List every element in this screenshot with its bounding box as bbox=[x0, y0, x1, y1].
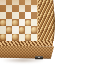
checkers-piece[interactable]: ● bbox=[25, 34, 31, 40]
drop-shadow bbox=[0, 58, 55, 66]
board: ●●●●●●●●● bbox=[0, 0, 37, 41]
checkers-piece[interactable]: ● bbox=[13, 34, 19, 40]
checkers-piece[interactable]: ● bbox=[6, 27, 12, 33]
product-photo: ●●●●●●●●● bbox=[0, 0, 100, 67]
rope-border bbox=[0, 41, 53, 46]
checkers-piece[interactable]: ● bbox=[13, 20, 19, 26]
checkers-piece[interactable]: ● bbox=[19, 27, 25, 33]
checkers-piece[interactable]: ● bbox=[25, 20, 31, 26]
checkers-piece[interactable]: ● bbox=[0, 20, 6, 26]
checkers-piece[interactable]: ● bbox=[0, 34, 6, 40]
carved-border bbox=[39, 0, 55, 41]
